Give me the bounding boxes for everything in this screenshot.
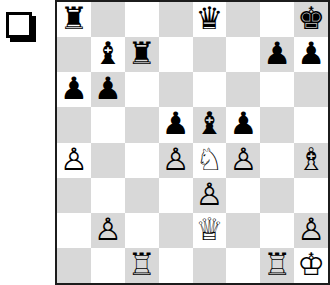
piece-black-queen[interactable]: ♛ xyxy=(196,3,224,34)
square-c6[interactable] xyxy=(125,72,159,107)
square-f7[interactable] xyxy=(226,37,260,72)
square-e5[interactable]: ♝ xyxy=(193,107,227,142)
square-d8[interactable] xyxy=(159,2,193,37)
piece-white-queen[interactable]: ♕ xyxy=(196,214,224,245)
square-d4[interactable]: ♙ xyxy=(159,143,193,178)
square-h2[interactable]: ♙ xyxy=(294,213,328,248)
square-f4[interactable]: ♙ xyxy=(226,143,260,178)
square-c7[interactable]: ♜ xyxy=(125,37,159,72)
square-g5[interactable] xyxy=(260,107,294,142)
square-f5[interactable]: ♟ xyxy=(226,107,260,142)
square-d6[interactable] xyxy=(159,72,193,107)
chess-board[interactable]: ♜♛♚♝♜♟♟♟♟♟♝♟♙♙♘♙♗♙♙♕♙♖♖♔ xyxy=(55,0,330,285)
square-c5[interactable] xyxy=(125,107,159,142)
square-f2[interactable] xyxy=(226,213,260,248)
piece-white-knight[interactable]: ♘ xyxy=(196,144,224,175)
square-b7[interactable]: ♝ xyxy=(91,37,125,72)
piece-white-pawn[interactable]: ♙ xyxy=(196,179,224,210)
piece-white-pawn[interactable]: ♙ xyxy=(297,214,325,245)
square-g1[interactable]: ♖ xyxy=(260,248,294,283)
square-d5[interactable]: ♟ xyxy=(159,107,193,142)
square-g2[interactable] xyxy=(260,213,294,248)
piece-black-pawn[interactable]: ♟ xyxy=(94,73,122,104)
square-e7[interactable] xyxy=(193,37,227,72)
square-h4[interactable]: ♗ xyxy=(294,143,328,178)
square-c1[interactable]: ♖ xyxy=(125,248,159,283)
square-e6[interactable] xyxy=(193,72,227,107)
piece-black-rook[interactable]: ♜ xyxy=(60,3,88,34)
square-f6[interactable] xyxy=(226,72,260,107)
square-a7[interactable] xyxy=(57,37,91,72)
piece-black-rook[interactable]: ♜ xyxy=(128,38,156,69)
square-h1[interactable]: ♔ xyxy=(294,248,328,283)
square-h3[interactable] xyxy=(294,178,328,213)
piece-black-pawn[interactable]: ♟ xyxy=(162,108,190,139)
square-e1[interactable] xyxy=(193,248,227,283)
piece-white-pawn[interactable]: ♙ xyxy=(229,144,257,175)
square-b6[interactable]: ♟ xyxy=(91,72,125,107)
square-f8[interactable] xyxy=(226,2,260,37)
piece-black-bishop[interactable]: ♝ xyxy=(94,38,122,69)
square-e2[interactable]: ♕ xyxy=(193,213,227,248)
square-h8[interactable]: ♚ xyxy=(294,2,328,37)
square-b1[interactable] xyxy=(91,248,125,283)
square-a5[interactable] xyxy=(57,107,91,142)
piece-white-rook[interactable]: ♖ xyxy=(263,249,291,280)
square-a8[interactable]: ♜ xyxy=(57,2,91,37)
square-b8[interactable] xyxy=(91,2,125,37)
square-d2[interactable] xyxy=(159,213,193,248)
piece-black-pawn[interactable]: ♟ xyxy=(229,108,257,139)
square-b2[interactable]: ♙ xyxy=(91,213,125,248)
piece-white-king[interactable]: ♔ xyxy=(297,249,325,280)
square-a1[interactable] xyxy=(57,248,91,283)
piece-white-pawn[interactable]: ♙ xyxy=(162,144,190,175)
square-g7[interactable]: ♟ xyxy=(260,37,294,72)
square-c3[interactable] xyxy=(125,178,159,213)
square-b4[interactable] xyxy=(91,143,125,178)
square-e4[interactable]: ♘ xyxy=(193,143,227,178)
square-f3[interactable] xyxy=(226,178,260,213)
square-g3[interactable] xyxy=(260,178,294,213)
chess-diagram: ♜♛♚♝♜♟♟♟♟♟♝♟♙♙♘♙♗♙♙♕♙♖♖♔ xyxy=(0,0,330,285)
square-h7[interactable]: ♟ xyxy=(294,37,328,72)
side-to-move-indicator xyxy=(6,12,32,38)
square-d3[interactable] xyxy=(159,178,193,213)
square-d1[interactable] xyxy=(159,248,193,283)
square-a3[interactable] xyxy=(57,178,91,213)
square-e8[interactable]: ♛ xyxy=(193,2,227,37)
square-c2[interactable] xyxy=(125,213,159,248)
piece-white-pawn[interactable]: ♙ xyxy=(60,144,88,175)
square-c4[interactable] xyxy=(125,143,159,178)
square-h6[interactable] xyxy=(294,72,328,107)
square-d7[interactable] xyxy=(159,37,193,72)
square-h5[interactable] xyxy=(294,107,328,142)
piece-black-pawn[interactable]: ♟ xyxy=(263,38,291,69)
square-g4[interactable] xyxy=(260,143,294,178)
piece-black-pawn[interactable]: ♟ xyxy=(297,38,325,69)
piece-white-pawn[interactable]: ♙ xyxy=(94,214,122,245)
piece-white-rook[interactable]: ♖ xyxy=(128,249,156,280)
piece-black-king[interactable]: ♚ xyxy=(297,3,325,34)
square-f1[interactable] xyxy=(226,248,260,283)
square-a2[interactable] xyxy=(57,213,91,248)
piece-white-bishop[interactable]: ♗ xyxy=(297,144,325,175)
piece-black-bishop[interactable]: ♝ xyxy=(196,108,224,139)
square-b5[interactable] xyxy=(91,107,125,142)
square-g8[interactable] xyxy=(260,2,294,37)
square-b3[interactable] xyxy=(91,178,125,213)
square-g6[interactable] xyxy=(260,72,294,107)
piece-black-pawn[interactable]: ♟ xyxy=(60,73,88,104)
square-e3[interactable]: ♙ xyxy=(193,178,227,213)
square-c8[interactable] xyxy=(125,2,159,37)
square-a6[interactable]: ♟ xyxy=(57,72,91,107)
square-a4[interactable]: ♙ xyxy=(57,143,91,178)
